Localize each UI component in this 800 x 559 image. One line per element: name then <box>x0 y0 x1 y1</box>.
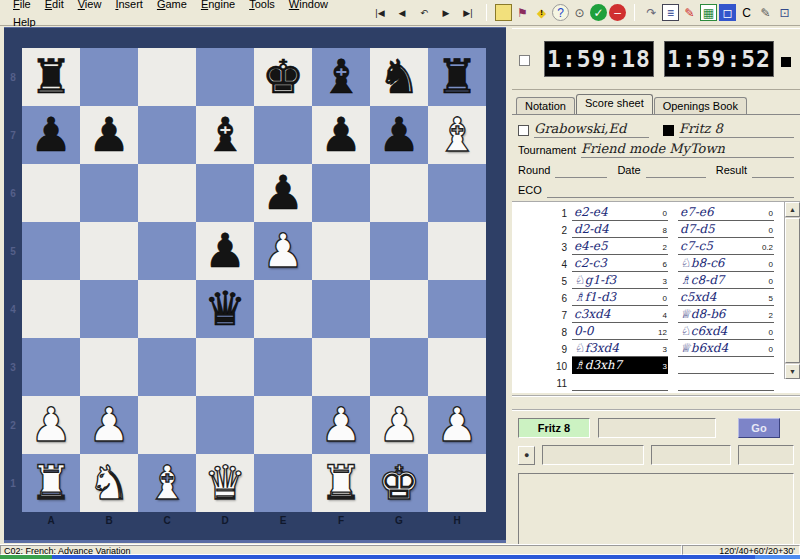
panel-splitter[interactable] <box>512 395 800 411</box>
black-move-cell-11[interactable] <box>678 374 774 391</box>
white-move-time: 0 <box>663 292 668 305</box>
white-move-time: 12 <box>658 326 668 339</box>
engine-field-2 <box>542 445 644 465</box>
square-c8[interactable] <box>138 48 196 106</box>
file-label-d: D <box>196 512 254 526</box>
rank-label-8: 8 <box>4 48 22 106</box>
square-b4[interactable] <box>80 280 138 338</box>
white-move-cell-9[interactable]: ♘f3xd43 <box>572 340 668 357</box>
taskbar-edge <box>0 555 800 559</box>
toolbar-separator <box>486 4 487 21</box>
menu-engine[interactable]: Engine <box>194 0 242 13</box>
rank-label-3: 3 <box>4 338 22 396</box>
white-player-name[interactable]: Grabowski,Ed <box>534 121 649 138</box>
white-bishop-h7[interactable]: ♝ <box>436 106 478 164</box>
last-move-button[interactable]: ▶| <box>457 4 479 22</box>
black-move-cell-9[interactable]: ♕b6xd40 <box>678 340 774 357</box>
white-move-time: 2 <box>663 241 668 254</box>
square-b2[interactable]: ♟ <box>80 396 138 454</box>
square-c2[interactable] <box>138 396 196 454</box>
white-knight-b1[interactable]: ♞ <box>88 454 130 512</box>
rank-label-7: 7 <box>4 106 22 164</box>
black-clock-indicator <box>781 57 791 67</box>
database-icon[interactable]: ≡ <box>662 4 679 21</box>
square-f2[interactable]: ♟ <box>312 396 370 454</box>
file-label-a: A <box>22 512 80 526</box>
square-a3[interactable] <box>22 338 80 396</box>
file-label-h: H <box>428 512 486 526</box>
move-row-8: 80-012♘c6xd40 <box>512 323 784 340</box>
move-row-7: 7c3xd44♕d8-b62 <box>512 306 784 323</box>
square-a2[interactable]: ♟ <box>22 396 80 454</box>
move-row-6: 6♗f1-d30c5xd45 <box>512 289 784 306</box>
square-b6[interactable] <box>80 164 138 222</box>
square-d8[interactable] <box>196 48 254 106</box>
rank-label-5: 5 <box>4 222 22 280</box>
black-pawn-e6[interactable]: ♟ <box>262 164 304 222</box>
white-rook-a1[interactable]: ♜ <box>30 454 72 512</box>
white-move-text: 0-0 <box>572 324 593 339</box>
engine-panel: Fritz 8 Go ● <box>512 411 800 559</box>
square-h1[interactable] <box>428 454 486 512</box>
square-a5[interactable] <box>22 222 80 280</box>
white-move-text: c3xd4 <box>572 307 610 322</box>
scrollbar-thumb[interactable] <box>785 218 800 363</box>
menu-insert[interactable]: Insert <box>108 0 150 13</box>
square-g5[interactable] <box>370 222 428 280</box>
white-pawn-g2[interactable]: ♟ <box>378 396 420 454</box>
scroll-up-icon[interactable]: ▲ <box>785 202 800 217</box>
square-h3[interactable] <box>428 338 486 396</box>
tab-openings-book[interactable]: Openings Book <box>654 97 747 114</box>
vcr-controls: |◀◀↶▶▶| <box>369 4 479 22</box>
white-player-icon <box>518 125 529 136</box>
move-number: 2 <box>552 223 572 238</box>
square-e4[interactable] <box>254 280 312 338</box>
board-panel: 87654321 ♜♚♝♞♜♟♟♝♟♟♝♟♟♟♛♟♟♟♟♟♜♞♝♛♜♚ ABCD… <box>4 27 506 543</box>
square-g6[interactable] <box>370 164 428 222</box>
white-rook-f1[interactable]: ♜ <box>320 454 362 512</box>
square-c1[interactable]: ♝ <box>138 454 196 512</box>
engine-name-badge[interactable]: Fritz 8 <box>518 418 590 438</box>
toolbar-group-window: ↷≡✎▦◻C✎⊡ <box>642 4 794 21</box>
move-row-9: 9♘f3xd43♕b6xd40 <box>512 340 784 357</box>
black-pawn-f7[interactable]: ♟ <box>320 106 362 164</box>
square-f1[interactable]: ♜ <box>312 454 370 512</box>
square-b8[interactable] <box>80 48 138 106</box>
square-c4[interactable] <box>138 280 196 338</box>
taskbar-start-edge <box>0 555 52 559</box>
move-number: 5 <box>552 274 572 289</box>
square-h4[interactable] <box>428 280 486 338</box>
go-button[interactable]: Go <box>738 418 780 438</box>
black-knight-g8[interactable]: ♞ <box>378 48 420 106</box>
white-move-time: 0 <box>663 207 668 220</box>
white-clock: 1:59:18 <box>544 41 654 77</box>
black-move-text: ♘b8-c6 <box>678 256 724 271</box>
menu-edit[interactable]: Edit <box>38 0 71 13</box>
square-g8[interactable]: ♞ <box>370 48 428 106</box>
square-a6[interactable] <box>22 164 80 222</box>
engine-field-3 <box>651 445 731 465</box>
square-g2[interactable]: ♟ <box>370 396 428 454</box>
engine-field-4 <box>738 445 794 465</box>
white-move-text: d2-d4 <box>572 222 609 237</box>
square-f7[interactable]: ♟ <box>312 106 370 164</box>
black-move-text: e7-e6 <box>678 205 714 220</box>
white-move-time: 3 <box>663 275 668 288</box>
black-move-cell-5[interactable]: ♗c8-d70 <box>678 272 774 289</box>
square-h8[interactable]: ♜ <box>428 48 486 106</box>
rank-labels: 87654321 <box>4 48 22 512</box>
black-move-cell-2[interactable]: d7-d50 <box>678 221 774 238</box>
square-f8[interactable]: ♝ <box>312 48 370 106</box>
square-b3[interactable] <box>80 338 138 396</box>
chessbase-c-icon[interactable]: C <box>738 4 755 21</box>
tournament-field[interactable]: Friend mode MyTown <box>581 141 794 158</box>
spar-flag-icon[interactable]: ⚑ <box>514 4 531 21</box>
file-label-b: B <box>80 512 138 526</box>
square-f4[interactable] <box>312 280 370 338</box>
taskbar-right-edge <box>755 555 800 559</box>
black-move-text: ♗c8-d7 <box>678 273 724 288</box>
white-move-text: c2-c3 <box>572 256 607 271</box>
square-e2[interactable] <box>254 396 312 454</box>
square-g4[interactable] <box>370 280 428 338</box>
rank-label-2: 2 <box>4 396 22 454</box>
square-b7[interactable]: ♟ <box>80 106 138 164</box>
white-move-cell-3[interactable]: e4-e52 <box>572 238 668 255</box>
black-move-text: c5xd4 <box>678 290 716 305</box>
takeback-button[interactable]: ↶ <box>413 4 435 22</box>
white-pawn-e5[interactable]: ♟ <box>262 222 304 280</box>
file-label-g: G <box>370 512 428 526</box>
board-window-icon[interactable]: ◻ <box>719 4 736 21</box>
file-label-f: F <box>312 512 370 526</box>
black-move-text: c7-c5 <box>678 239 713 254</box>
move-number: 11 <box>552 376 572 391</box>
move-number: 9 <box>552 342 572 357</box>
black-move-time: 0 <box>769 343 774 356</box>
white-move-text: e4-e5 <box>572 239 608 254</box>
white-pawn-h2[interactable]: ♟ <box>436 396 478 454</box>
square-g1[interactable]: ♚ <box>370 454 428 512</box>
white-move-cell-7[interactable]: c3xd44 <box>572 306 668 323</box>
white-queen-d1[interactable]: ♛ <box>204 454 246 512</box>
move-list-scrollbar[interactable]: ▲ ▼ <box>784 202 800 379</box>
square-h2[interactable]: ♟ <box>428 396 486 454</box>
white-move-text: ♗f1-d3 <box>572 290 616 305</box>
stop-icon[interactable]: – <box>609 4 626 21</box>
square-e1[interactable] <box>254 454 312 512</box>
black-move-cell-4[interactable]: ♘b8-c60 <box>678 255 774 272</box>
square-d4[interactable]: ♛ <box>196 280 254 338</box>
move-row-3: 3e4-e52c7-c50.2 <box>512 238 784 255</box>
square-h5[interactable] <box>428 222 486 280</box>
date-field[interactable] <box>646 161 706 178</box>
black-pawn-a7[interactable]: ♟ <box>30 106 72 164</box>
menu-file[interactable]: File <box>6 0 38 13</box>
black-rook-a8[interactable]: ♜ <box>30 48 72 106</box>
black-move-text: ♘c6xd4 <box>678 324 727 339</box>
black-queen-d4[interactable]: ♛ <box>204 280 246 338</box>
file-labels: ABCDEFGH <box>22 512 486 526</box>
white-move-cell-4[interactable]: c2-c36 <box>572 255 668 272</box>
square-e8[interactable]: ♚ <box>254 48 312 106</box>
right-panel: 1:59:18 1:59:52 NotationScore sheetOpeni… <box>512 26 800 544</box>
toolbar-group-game: ⚑◆!?⊙✓– <box>494 4 627 21</box>
round-label: Round <box>518 163 550 178</box>
move-number: 7 <box>552 308 572 323</box>
clock-panel: 1:59:18 1:59:52 <box>512 28 800 90</box>
black-move-cell-1[interactable]: e7-e60 <box>678 204 774 221</box>
engine-state-button[interactable]: ● <box>518 446 535 465</box>
move-row-4: 4c2-c36♘b8-c60 <box>512 255 784 272</box>
black-pawn-b7[interactable]: ♟ <box>88 106 130 164</box>
menu-game[interactable]: Game <box>150 0 194 13</box>
black-king-e8[interactable]: ♚ <box>262 48 304 106</box>
white-king-g1[interactable]: ♚ <box>378 454 420 512</box>
square-f3[interactable] <box>312 338 370 396</box>
white-move-text: ♘f3xd4 <box>572 341 619 356</box>
move-number: 4 <box>552 257 572 272</box>
back-button[interactable]: ◀ <box>391 4 413 22</box>
black-move-text: d7-d5 <box>678 222 715 237</box>
square-e7[interactable] <box>254 106 312 164</box>
file-label-e: E <box>254 512 312 526</box>
black-rook-h8[interactable]: ♜ <box>436 48 478 106</box>
black-bishop-f8[interactable]: ♝ <box>320 48 362 106</box>
tournament-label: Tournament <box>518 143 576 158</box>
black-move-time: 0 <box>769 258 774 271</box>
square-c6[interactable] <box>138 164 196 222</box>
white-clock-indicator[interactable] <box>519 55 530 66</box>
panes-icon[interactable]: ▦ <box>700 4 717 21</box>
white-pawn-f2[interactable]: ♟ <box>320 396 362 454</box>
white-move-cell-11[interactable] <box>572 374 668 391</box>
result-label: Result <box>716 163 747 178</box>
black-move-time: 0 <box>769 207 774 220</box>
notation-tabs: NotationScore sheetOpenings Book <box>512 94 800 114</box>
tab-notation[interactable]: Notation <box>516 97 575 114</box>
square-a4[interactable] <box>22 280 80 338</box>
tab-score-sheet[interactable]: Score sheet <box>576 94 653 114</box>
redo-arrow-icon[interactable]: ↷ <box>643 4 660 21</box>
square-d6[interactable] <box>196 164 254 222</box>
square-e5[interactable]: ♟ <box>254 222 312 280</box>
white-pawn-b2[interactable]: ♟ <box>88 396 130 454</box>
black-move-time: 0 <box>769 275 774 288</box>
square-a1[interactable]: ♜ <box>22 454 80 512</box>
square-d7[interactable]: ♝ <box>196 106 254 164</box>
black-move-cell-8[interactable]: ♘c6xd40 <box>678 323 774 340</box>
square-f5[interactable] <box>312 222 370 280</box>
taskbar-middle-edge <box>52 555 755 559</box>
square-c7[interactable] <box>138 106 196 164</box>
round-field[interactable] <box>555 161 607 178</box>
main-area: 87654321 ♜♚♝♞♜♟♟♝♟♟♝♟♟♟♛♟♟♟♟♟♜♞♝♛♜♚ ABCD… <box>0 26 800 544</box>
square-a8[interactable]: ♜ <box>22 48 80 106</box>
square-d2[interactable] <box>196 396 254 454</box>
square-f6[interactable] <box>312 164 370 222</box>
white-move-cell-1[interactable]: e2-e40 <box>572 204 668 221</box>
status-bar: C02: French: Advance Variation 120'/40+6… <box>0 544 800 555</box>
eco-label: ECO <box>518 183 542 198</box>
rank-label-6: 6 <box>4 164 22 222</box>
toolbar-separator <box>634 4 635 21</box>
square-d3[interactable] <box>196 338 254 396</box>
new-game-icon[interactable] <box>495 4 512 21</box>
square-b1[interactable]: ♞ <box>80 454 138 512</box>
move-row-5: 5♘g1-f33♗c8-d70 <box>512 272 784 289</box>
scroll-down-icon[interactable]: ▼ <box>785 364 800 379</box>
black-move-text: ♕b6xd4 <box>678 341 728 356</box>
black-move-time: 5 <box>769 292 774 305</box>
white-pawn-a2[interactable]: ♟ <box>30 396 72 454</box>
menu-view[interactable]: View <box>71 0 109 13</box>
white-move-time: 8 <box>663 224 668 237</box>
move-row-11: 11 <box>512 374 784 391</box>
white-move-cell-5[interactable]: ♘g1-f33 <box>572 272 668 289</box>
forward-button[interactable]: ▶ <box>435 4 457 22</box>
suggestion-icon[interactable]: ? <box>552 4 569 21</box>
black-move-cell-7[interactable]: ♕d8-b62 <box>678 306 774 323</box>
black-move-time: 0.2 <box>762 241 774 254</box>
result-field[interactable] <box>752 161 794 178</box>
menubar: FileEditViewInsertGameEngineToolsWindowH… <box>0 0 800 26</box>
move-number: 1 <box>552 206 572 221</box>
file-label-c: C <box>138 512 196 526</box>
white-move-cell-6[interactable]: ♗f1-d30 <box>572 289 668 306</box>
black-player-name[interactable]: Fritz 8 <box>679 121 794 138</box>
white-move-text: e2-e4 <box>572 205 608 220</box>
white-move-cell-8[interactable]: 0-012 <box>572 323 668 340</box>
square-d1[interactable]: ♛ <box>196 454 254 512</box>
square-e3[interactable] <box>254 338 312 396</box>
square-d5[interactable]: ♟ <box>196 222 254 280</box>
square-e6[interactable]: ♟ <box>254 164 312 222</box>
rank-label-4: 4 <box>4 280 22 338</box>
chess-board[interactable]: ♜♚♝♞♜♟♟♝♟♟♝♟♟♟♛♟♟♟♟♟♜♞♝♛♜♚ <box>22 48 486 512</box>
square-h6[interactable] <box>428 164 486 222</box>
white-bishop-c1[interactable]: ♝ <box>146 454 188 512</box>
white-move-time: 4 <box>663 309 668 322</box>
black-bishop-d7[interactable]: ♝ <box>204 106 246 164</box>
black-pawn-g7[interactable]: ♟ <box>378 106 420 164</box>
black-move-time: 2 <box>769 309 774 322</box>
menu-tools[interactable]: Tools <box>242 0 282 13</box>
ok-icon[interactable]: ✓ <box>590 4 607 21</box>
annotate-pen-icon[interactable]: ✎ <box>681 4 698 21</box>
white-move-text: ♘g1-f3 <box>572 273 616 288</box>
engine-field-1 <box>598 418 716 438</box>
hint-icon[interactable]: ◆! <box>533 4 550 21</box>
white-move-text: ♗d3xh7 <box>572 358 622 373</box>
move-number: 8 <box>552 325 572 340</box>
black-move-cell-10[interactable] <box>678 357 774 374</box>
cascade-windows-icon[interactable]: ⊡ <box>776 4 793 21</box>
square-c5[interactable] <box>138 222 196 280</box>
white-move-time: 3 <box>663 343 668 356</box>
square-g3[interactable] <box>370 338 428 396</box>
white-move-time: 3 <box>663 360 668 373</box>
black-move-time: 0 <box>769 224 774 237</box>
analyze-icon[interactable]: ⊙ <box>571 4 588 21</box>
move-list: 1e2-e40e7-e602d2-d48d7-d503e4-e52c7-c50.… <box>512 201 800 393</box>
input-move-icon[interactable]: ✎ <box>757 4 774 21</box>
square-c3[interactable] <box>138 338 196 396</box>
move-number: 10 <box>552 359 572 374</box>
square-a7[interactable]: ♟ <box>22 106 80 164</box>
move-number: 3 <box>552 240 572 255</box>
rank-label-1: 1 <box>4 454 22 512</box>
black-move-time: 0 <box>769 326 774 339</box>
time-control-status: 120'/40+60'/20+30' <box>682 545 800 555</box>
black-move-text: ♕d8-b6 <box>678 307 725 322</box>
scoresheet-header: Grabowski,Ed Fritz 8 Tournament Friend m… <box>512 114 800 201</box>
white-move-cell-2[interactable]: d2-d48 <box>572 221 668 238</box>
move-row-2: 2d2-d48d7-d50 <box>512 221 784 238</box>
square-g7[interactable]: ♟ <box>370 106 428 164</box>
black-player-icon <box>663 125 674 136</box>
black-clock: 1:59:52 <box>664 41 774 77</box>
black-move-cell-3[interactable]: c7-c50.2 <box>678 238 774 255</box>
square-b5[interactable] <box>80 222 138 280</box>
menu-window[interactable]: Window <box>282 0 335 13</box>
white-move-time: 6 <box>663 258 668 271</box>
move-number: 6 <box>552 291 572 306</box>
white-move-cell-10[interactable]: ♗d3xh73 <box>572 357 668 374</box>
move-row-10: 10♗d3xh73 <box>512 357 784 374</box>
hint-icon-overlay: ! <box>540 8 543 17</box>
move-row-1: 1e2-e40e7-e60 <box>512 204 784 221</box>
square-h7[interactable]: ♝ <box>428 106 486 164</box>
date-label: Date <box>617 163 640 178</box>
eco-field[interactable] <box>547 181 794 198</box>
black-move-cell-6[interactable]: c5xd45 <box>678 289 774 306</box>
opening-name-status: C02: French: Advance Variation <box>0 545 682 555</box>
black-pawn-d5[interactable]: ♟ <box>204 222 246 280</box>
first-move-button[interactable]: |◀ <box>369 4 391 22</box>
